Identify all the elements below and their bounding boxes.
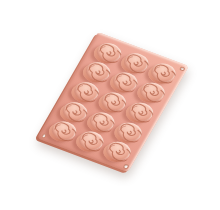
product-photo-scene [0, 0, 220, 210]
silicone-rose-mold [37, 32, 189, 172]
mold-shadow-wrap [0, 0, 220, 210]
